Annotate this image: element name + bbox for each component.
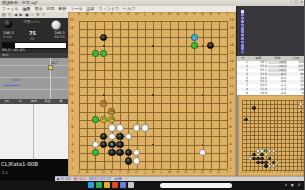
coord-letter-bottom: P [296, 172, 297, 174]
analysis-table[interactable]: 手勝率目数訪問 156.3+0.5324255.8+0.3207355.1+0.… [236, 56, 304, 95]
coord-number-right: 17 [229, 36, 234, 40]
toolbar-icon[interactable]: ⌕ [31, 13, 33, 17]
app-window: 棋譜解析 - 対局.sgf ─□✕ ファイル編集表示対局解析ツール設定ウィンドウ… [0, 0, 304, 190]
tree-node[interactable] [241, 20, 244, 23]
suggestion-green[interactable] [92, 50, 99, 57]
coord-number-left: 18 [69, 27, 74, 31]
coord-letter-bottom: K [276, 172, 278, 174]
coord-letter-top: T [225, 13, 229, 17]
coord-number-left: 17 [69, 36, 74, 40]
grid-line-h [242, 135, 304, 136]
graph-score-line [3, 85, 20, 86]
tree-node[interactable] [241, 34, 244, 37]
left-table-body[interactable] [0, 104, 68, 159]
mini-go-board[interactable]: ABCDEFGHJKLMNOPQRST [238, 95, 304, 176]
white-stone[interactable] [133, 124, 141, 132]
coord-number-right: 9 [229, 102, 234, 106]
coord-letter-bottom: Q [300, 172, 302, 174]
menu-item[interactable]: 編集 [22, 7, 30, 11]
white-score: 186.5 [54, 31, 65, 35]
coord-letter-bottom: J [143, 171, 147, 175]
coord-letter-top: M [168, 13, 172, 17]
coord-letter-bottom: L [159, 171, 163, 175]
coord-letter-top: O [184, 13, 188, 17]
coord-letter-top: B [85, 13, 89, 17]
coord-letter-bottom: M [284, 172, 286, 174]
white-stone[interactable] [199, 149, 207, 157]
grid-line-v [178, 21, 179, 169]
suggestion-green[interactable] [191, 42, 198, 49]
tree-node[interactable] [241, 37, 244, 40]
coord-number-right: 11 [229, 85, 234, 89]
coord-number-left: 4 [69, 143, 74, 147]
left-panel: 中国ルール 186.5 6.5目 75 25 186.5 58.3% B0.5 … [0, 18, 68, 182]
coord-number-right: 4 [229, 143, 234, 147]
grid-line-h [242, 143, 304, 144]
left-table-header-cell: No [0, 100, 14, 103]
black-score: 186.5 [3, 31, 14, 35]
taskbar-app-icon[interactable] [120, 182, 126, 188]
grid-line-v [297, 100, 298, 170]
tree-node[interactable] [241, 10, 244, 13]
coord-number-left: 7 [69, 118, 74, 122]
taskbar-app-icon[interactable] [104, 182, 110, 188]
coord-number-right: 7 [229, 118, 234, 122]
coord-number-left: 12 [69, 77, 74, 81]
white-player-stone-icon [51, 20, 61, 30]
white-stone[interactable] [256, 153, 260, 157]
tree-node[interactable] [241, 41, 244, 44]
coord-letter-top: F [118, 13, 122, 17]
tree-node[interactable] [241, 44, 244, 47]
grid-line-v [285, 100, 286, 170]
winrate-graph[interactable]: 26.7 34.7 [0, 58, 68, 99]
coord-letter-top: Q [201, 13, 205, 17]
tree-node[interactable] [241, 51, 244, 54]
coord-letter-bottom: F [118, 171, 122, 175]
white-stone[interactable] [125, 133, 133, 141]
coord-letter-top: S [217, 13, 221, 17]
variation-tree-panel[interactable] [236, 6, 304, 56]
coord-number-left: 1 [69, 167, 74, 171]
left-table-header-cell: 数 [54, 100, 68, 103]
star-point [277, 158, 278, 159]
star-point [254, 135, 255, 136]
tree-node[interactable] [241, 24, 244, 27]
graph-title: 勝率 [0, 54, 8, 57]
coord-letter-top: R [209, 13, 213, 17]
white-stone[interactable] [133, 149, 141, 157]
menu-item[interactable]: ツール [70, 7, 82, 11]
coord-number-right: 8 [229, 110, 234, 114]
coord-number-right: 14 [229, 60, 234, 64]
tray-icon[interactable]: ◉ [291, 183, 295, 187]
black-stone[interactable] [125, 157, 133, 165]
left-table-header-cell: 目差 [41, 100, 55, 103]
grid-line-h [242, 139, 304, 140]
suggestion-orange[interactable]: 38 [108, 108, 115, 115]
coord-letter-bottom: A [77, 171, 81, 175]
suggestion-orange[interactable]: 40 [100, 100, 107, 107]
toolbar-icon[interactable]: ▽ [42, 13, 45, 17]
coord-letter-bottom: A [241, 172, 243, 174]
suggestion-green[interactable] [264, 149, 268, 153]
suggestion-green[interactable] [100, 50, 107, 57]
coord-number-right: 10 [229, 93, 234, 97]
white-stone[interactable] [133, 157, 141, 165]
engine-name: CL)Kata1-80B [1, 162, 38, 167]
white-stone[interactable] [248, 157, 252, 161]
coord-number-left: 2 [69, 159, 74, 163]
toolbar-icon[interactable]: ⚙ [36, 13, 40, 17]
suggestion-green[interactable] [92, 149, 99, 156]
coord-number-left: 15 [69, 52, 74, 56]
main-go-board[interactable]: AA1919BB1818CC1717DD1616EE1515FF1414GG13… [68, 12, 236, 177]
coord-number-right: 3 [229, 151, 234, 155]
black-stone[interactable] [116, 141, 124, 149]
coord-number-right: 13 [229, 69, 234, 73]
coord-number-left: 6 [69, 126, 74, 130]
star-point [103, 45, 105, 47]
coord-letter-top: P [192, 13, 196, 17]
black-stone[interactable] [108, 141, 116, 149]
white-stone[interactable] [92, 141, 100, 149]
coord-letter-bottom: R [304, 172, 305, 174]
coord-number-right: 18 [229, 27, 234, 31]
coord-number-right: 12 [229, 77, 234, 81]
coord-letter-top: G [126, 13, 130, 17]
graph-marker-label: 26.7 [51, 62, 58, 65]
taskbar-search-pill[interactable] [160, 183, 232, 188]
coord-letter-bottom: B [85, 171, 89, 175]
suggestion-yellow[interactable]: 35 [100, 116, 107, 123]
black-stone[interactable] [116, 133, 124, 141]
black-stone[interactable] [244, 118, 248, 122]
coord-number-right: 1 [229, 167, 234, 171]
menu-item[interactable]: 表示 [34, 7, 42, 11]
coord-number-left: 13 [69, 69, 74, 73]
white-stone[interactable] [108, 124, 116, 132]
coord-number-right: 16 [229, 44, 234, 48]
tree-node[interactable] [241, 47, 244, 50]
toolbar-icon[interactable]: ● [25, 13, 29, 17]
winrate-caption: B0.5 / 45.4% [2, 49, 25, 53]
coord-number-left: 11 [69, 85, 74, 89]
grid-line-h [79, 128, 227, 129]
menu-item[interactable]: 設定 [87, 7, 95, 11]
coord-letter-bottom: M [168, 171, 172, 175]
grid-line-v [170, 21, 171, 169]
grid-line-v [186, 21, 187, 169]
grid-line-h [242, 147, 304, 148]
tray-icon[interactable]: ∧ [285, 183, 288, 187]
coord-number-left: 3 [69, 151, 74, 155]
coord-letter-bottom: L [280, 172, 281, 174]
black-stone[interactable] [100, 133, 108, 141]
coord-number-right: 5 [229, 135, 234, 139]
coord-number-right: 2 [229, 159, 234, 163]
coord-number-left: 19 [69, 19, 74, 23]
grid-line-v [161, 21, 162, 169]
black-stone[interactable] [100, 34, 108, 42]
coord-letter-bottom: G [126, 171, 130, 175]
white-stone[interactable] [268, 164, 272, 168]
coord-letter-bottom: S [217, 171, 221, 175]
coord-letter-bottom: O [292, 172, 294, 174]
system-tray[interactable]: ∧◉Ａ [285, 183, 301, 187]
coord-letter-bottom: E [110, 171, 114, 175]
coord-letter-bottom: N [176, 171, 180, 175]
black-sub: 6.5目 [3, 36, 12, 39]
suggestion-blue[interactable] [191, 34, 198, 41]
coord-letter-top: D [102, 13, 106, 17]
white-stone[interactable] [268, 149, 272, 153]
white-stone[interactable] [272, 164, 276, 168]
black-stone[interactable] [108, 149, 116, 157]
white-stone[interactable] [272, 149, 276, 153]
graph-marker [48, 65, 53, 70]
menu-item[interactable]: ファイル [2, 7, 18, 11]
black-stone[interactable] [268, 157, 272, 161]
coord-number-right: 15 [229, 52, 234, 56]
winrate-bar-black [3, 43, 15, 48]
coord-number-left: 14 [69, 60, 74, 64]
black-stone[interactable] [207, 42, 215, 50]
tree-node[interactable] [241, 27, 244, 30]
white-stone[interactable] [299, 102, 303, 106]
coord-letter-bottom: K [151, 171, 155, 175]
coord-letter-bottom: J [272, 172, 273, 174]
coord-number-left: 5 [69, 135, 74, 139]
window-button[interactable]: ✕ [300, 1, 303, 5]
last-move-marker [111, 143, 114, 146]
coord-letter-top: N [176, 13, 180, 17]
coord-letter-top: A [77, 13, 81, 17]
coord-letter-bottom: R [209, 171, 213, 175]
white-stone[interactable] [276, 161, 280, 165]
coord-letter-bottom: H [135, 171, 139, 175]
toolbar-icon[interactable]: ▤ [2, 13, 6, 17]
tree-node[interactable] [241, 13, 244, 16]
coord-letter-top: C [94, 13, 98, 17]
left-table-divider [33, 104, 34, 159]
white-stone[interactable] [116, 124, 124, 132]
suggestion-yellow[interactable]: 36 [108, 116, 115, 123]
white-stone[interactable] [264, 153, 268, 157]
star-point [103, 94, 105, 96]
toolbar-icon[interactable]: ▶ [20, 13, 23, 17]
coord-letter-bottom: H [268, 172, 270, 174]
rules-label: 中国ルール [17, 21, 47, 24]
coord-letter-bottom: D [102, 171, 106, 175]
menu-item[interactable]: ヘルプ [123, 7, 135, 11]
graph-gridline [0, 77, 68, 78]
grid-line-v [227, 21, 228, 169]
mini-board-gap [236, 95, 238, 176]
coord-number-left: 8 [69, 110, 74, 114]
coord-letter-bottom: O [184, 171, 188, 175]
black-player-stone-icon [4, 20, 12, 28]
window-title: 棋譜解析 - 対局.sgf [2, 1, 37, 5]
grid-line-v [293, 100, 294, 170]
coord-number-left: 10 [69, 93, 74, 97]
coord-number-left: 16 [69, 44, 74, 48]
coord-letter-top: L [159, 13, 163, 17]
taskbar-app-icon[interactable] [128, 182, 134, 188]
menu-item[interactable]: ウィンドウ [99, 7, 119, 11]
menu-item[interactable]: 対局 [46, 7, 54, 11]
white-sub: 58.3% [54, 36, 65, 39]
coord-letter-bottom: C [94, 171, 98, 175]
tray-icon[interactable]: Ａ [297, 183, 301, 187]
graph-segment-label: 34.7 [13, 79, 20, 82]
black-stone[interactable] [264, 164, 268, 168]
coord-number-right: 19 [229, 19, 234, 23]
coord-letter-bottom: T [225, 171, 229, 175]
grid-line-v [281, 100, 282, 170]
coord-letter-top: H [135, 13, 139, 17]
white-stone[interactable] [108, 133, 116, 141]
left-table-header-cell: 手 [14, 100, 28, 103]
taskbar-app-icon[interactable] [88, 182, 94, 188]
star-point [152, 94, 154, 96]
suggestion-green[interactable] [92, 116, 99, 123]
engine-version: 1.1 [2, 171, 8, 175]
grid-line-h [79, 112, 227, 113]
coord-letter-bottom: E [257, 172, 259, 174]
coord-letter-bottom: C [249, 172, 251, 174]
black-stone[interactable] [260, 157, 264, 161]
coord-number-right: 6 [229, 126, 234, 130]
black-stone[interactable] [100, 141, 108, 149]
coord-letter-bottom: F [261, 172, 262, 174]
tree-node[interactable] [241, 17, 244, 20]
toolbar-icon[interactable]: ◀ [14, 13, 17, 17]
grid-line-v [289, 100, 290, 170]
taskbar-app-icon[interactable] [112, 182, 118, 188]
white-stone[interactable] [141, 124, 149, 132]
coord-letter-top: J [143, 13, 147, 17]
grid-line-h [79, 161, 227, 162]
toolbar-icon[interactable]: ⎘ [8, 13, 11, 17]
grid-line-h [242, 170, 304, 171]
coord-letter-bottom: B [245, 172, 247, 174]
window-buttons[interactable]: ─□✕ [290, 1, 303, 5]
window-button[interactable]: □ [295, 1, 298, 5]
coord-letter-top: E [110, 13, 114, 17]
taskbar[interactable]: ∧◉Ａ [0, 181, 304, 190]
window-button[interactable]: ─ [290, 1, 292, 5]
move-number: 75 [29, 31, 36, 36]
coord-letter-top: K [151, 13, 155, 17]
black-stone[interactable] [116, 149, 124, 157]
grid-line-h [242, 131, 304, 132]
coord-letter-bottom: N [288, 172, 290, 174]
star-point [277, 135, 278, 136]
star-point [152, 45, 154, 47]
taskbar-app-icon[interactable] [96, 182, 102, 188]
menu-item[interactable]: 解析 [58, 7, 66, 11]
tree-node[interactable] [241, 30, 244, 33]
graph-gridline [0, 89, 68, 90]
coord-letter-bottom: D [253, 172, 255, 174]
coord-letter-bottom: P [192, 171, 196, 175]
taskbar-icons[interactable] [88, 182, 134, 188]
black-stone[interactable] [125, 149, 133, 157]
left-table-header-cell: 勝率 [27, 100, 41, 103]
coord-number-left: 9 [69, 102, 74, 106]
black-stone[interactable] [252, 106, 256, 110]
grid-line-v [219, 21, 220, 169]
coord-letter-bottom: Q [201, 171, 205, 175]
coord-letter-bottom: G [265, 172, 267, 174]
